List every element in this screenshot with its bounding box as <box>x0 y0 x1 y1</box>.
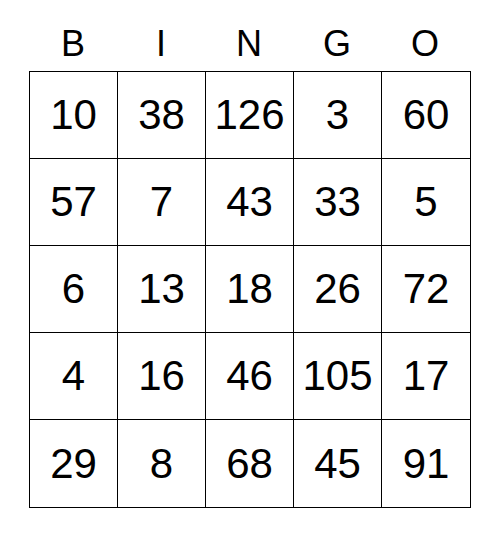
cell-r5c4[interactable]: 45 <box>294 420 382 507</box>
cell-r1c1[interactable]: 10 <box>30 72 118 159</box>
cell-r3c5[interactable]: 72 <box>382 246 470 333</box>
cell-r2c3[interactable]: 43 <box>206 159 294 246</box>
cell-r2c1[interactable]: 57 <box>30 159 118 246</box>
cell-r2c4[interactable]: 33 <box>294 159 382 246</box>
cell-r3c3[interactable]: 18 <box>206 246 294 333</box>
cell-r2c5[interactable]: 5 <box>382 159 470 246</box>
cell-r5c5[interactable]: 91 <box>382 420 470 507</box>
column-letter-N: N <box>205 26 293 62</box>
column-letter-B: B <box>29 26 117 62</box>
cell-r4c3[interactable]: 46 <box>206 333 294 420</box>
cell-r1c5[interactable]: 60 <box>382 72 470 159</box>
cell-r5c2[interactable]: 8 <box>118 420 206 507</box>
cell-r4c1[interactable]: 4 <box>30 333 118 420</box>
column-letter-G: G <box>293 26 381 62</box>
bingo-header: BINGO <box>29 26 500 62</box>
column-letter-O: O <box>381 26 469 62</box>
cell-r5c1[interactable]: 29 <box>30 420 118 507</box>
cell-r5c3[interactable]: 68 <box>206 420 294 507</box>
cell-r3c4[interactable]: 26 <box>294 246 382 333</box>
bingo-card: BINGO 1038126360577433356131826724164610… <box>0 0 500 508</box>
cell-r4c2[interactable]: 16 <box>118 333 206 420</box>
cell-r4c4[interactable]: 105 <box>294 333 382 420</box>
bingo-grid: 1038126360577433356131826724164610517298… <box>29 71 471 508</box>
column-letter-I: I <box>117 26 205 62</box>
cell-r1c2[interactable]: 38 <box>118 72 206 159</box>
cell-r3c1[interactable]: 6 <box>30 246 118 333</box>
cell-r2c2[interactable]: 7 <box>118 159 206 246</box>
cell-r3c2[interactable]: 13 <box>118 246 206 333</box>
cell-r1c4[interactable]: 3 <box>294 72 382 159</box>
cell-r4c5[interactable]: 17 <box>382 333 470 420</box>
cell-r1c3[interactable]: 126 <box>206 72 294 159</box>
